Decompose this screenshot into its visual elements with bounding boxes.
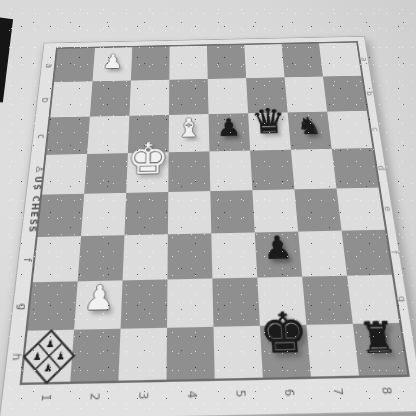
square-d4[interactable] — [168, 151, 210, 192]
vinyl-board-sheet: ♙ US CHESS abcfghabcdefg12345678 ♟♟♟♟♟♝♚… — [0, 36, 416, 416]
rank-label-bottom-3: 3 — [136, 392, 148, 400]
square-b3[interactable] — [129, 80, 169, 116]
square-e1[interactable] — [38, 194, 85, 237]
square-g7[interactable] — [302, 276, 353, 325]
file-label-left-a: a — [44, 63, 53, 68]
piece-black-queen-c6[interactable]: ♛ — [250, 104, 287, 139]
square-g5[interactable] — [212, 278, 260, 327]
square-a5[interactable] — [207, 45, 246, 79]
square-f3[interactable] — [123, 234, 168, 280]
file-label-right-b: b — [365, 91, 375, 96]
rank-label-bottom-1: 1 — [39, 394, 51, 402]
square-a1[interactable] — [54, 48, 95, 82]
square-c2[interactable] — [87, 116, 129, 154]
square-f5[interactable] — [211, 232, 257, 278]
square-f8[interactable] — [342, 230, 392, 276]
square-c8[interactable] — [327, 111, 372, 149]
file-label-right-f: f — [389, 250, 400, 253]
file-label-right-g: g — [396, 295, 408, 301]
piece-white-bishop-c4[interactable]: ♝ — [176, 115, 202, 141]
rank-label-bottom-2: 2 — [88, 393, 100, 401]
square-d2[interactable] — [84, 153, 128, 194]
square-h5[interactable] — [213, 326, 262, 379]
square-b5[interactable] — [208, 78, 248, 114]
square-h2[interactable] — [70, 329, 120, 382]
file-label-left-g: g — [16, 303, 27, 310]
file-label-left-c: c — [36, 134, 46, 139]
file-label-right-a: a — [359, 57, 368, 61]
square-e8[interactable] — [336, 188, 385, 231]
rank-label-bottom-7: 7 — [331, 388, 343, 396]
logo-pawn-icon: ♟ — [38, 359, 56, 377]
piece-black-pawn-c5[interactable]: ♟ — [216, 115, 241, 139]
rank-label-bottom-5: 5 — [234, 390, 246, 398]
file-label-right-d: d — [376, 165, 386, 170]
board-grid — [22, 43, 407, 383]
square-h4[interactable] — [167, 327, 215, 380]
square-e6[interactable] — [252, 189, 298, 232]
square-e5[interactable] — [210, 190, 254, 233]
file-label-left-f: f — [22, 258, 33, 262]
piece-black-rook-h8[interactable]: ♜ — [357, 316, 400, 360]
square-d5[interactable] — [209, 151, 252, 192]
rank-label-bottom-8: 8 — [379, 387, 391, 395]
square-b1[interactable] — [50, 81, 92, 117]
square-g1[interactable] — [28, 281, 78, 330]
square-f2[interactable] — [78, 235, 125, 281]
square-c1[interactable] — [46, 117, 90, 155]
photo-corner-shadow — [0, 17, 13, 102]
piece-black-knight-c7[interactable]: ♞ — [296, 114, 323, 138]
square-h3[interactable] — [118, 328, 167, 381]
square-b8[interactable] — [323, 76, 367, 112]
square-e7[interactable] — [294, 188, 341, 231]
file-label-right-c: c — [370, 127, 380, 131]
chess-board: ♙ US CHESS abcfghabcdefg12345678 ♟♟♟♟♟♝♚… — [0, 36, 416, 416]
square-e2[interactable] — [81, 193, 126, 236]
coordinate-labels: abcfghabcdefg12345678 — [44, 37, 364, 44]
rank-label-bottom-6: 6 — [282, 389, 294, 397]
square-e3[interactable] — [124, 192, 168, 235]
square-g3[interactable] — [121, 279, 168, 328]
square-a4[interactable] — [169, 46, 207, 80]
board-photo: ♙ US CHESS abcfghabcdefg12345678 ♟♟♟♟♟♝♚… — [0, 0, 416, 416]
square-f4[interactable] — [167, 233, 212, 279]
square-e4[interactable] — [168, 191, 211, 234]
square-d1[interactable] — [42, 154, 87, 195]
pieces-layer: ♟♟♟♟♟♝♚♟♟♛♞♟♚♜ — [44, 37, 364, 44]
square-d8[interactable] — [332, 148, 379, 188]
square-h7[interactable] — [306, 324, 359, 377]
file-label-left-b: b — [40, 97, 50, 102]
file-label-right-e: e — [382, 206, 393, 211]
piece-white-pawn-a2[interactable]: ♟ — [102, 51, 124, 71]
square-f1[interactable] — [33, 236, 81, 282]
square-d6[interactable] — [250, 150, 294, 191]
square-d7[interactable] — [291, 149, 337, 189]
square-a7[interactable] — [282, 43, 323, 77]
piece-white-king-d3[interactable]: ♚ — [126, 137, 169, 180]
file-label-left-h: h — [10, 353, 22, 361]
pawn-icon: ♙ — [33, 165, 45, 176]
square-a8[interactable] — [319, 43, 361, 77]
piece-black-pawn-f6[interactable]: ♟ — [262, 231, 294, 263]
square-g4[interactable] — [167, 279, 213, 328]
piece-black-king-h6[interactable]: ♚ — [258, 305, 311, 362]
square-b2[interactable] — [90, 81, 131, 117]
square-b4[interactable] — [169, 79, 209, 115]
square-f7[interactable] — [298, 231, 347, 277]
square-a6[interactable] — [244, 44, 284, 78]
square-b7[interactable] — [285, 77, 328, 113]
rank-label-bottom-4: 4 — [185, 391, 196, 399]
square-a3[interactable] — [131, 47, 170, 81]
piece-white-pawn-g2[interactable]: ♟ — [83, 280, 115, 315]
